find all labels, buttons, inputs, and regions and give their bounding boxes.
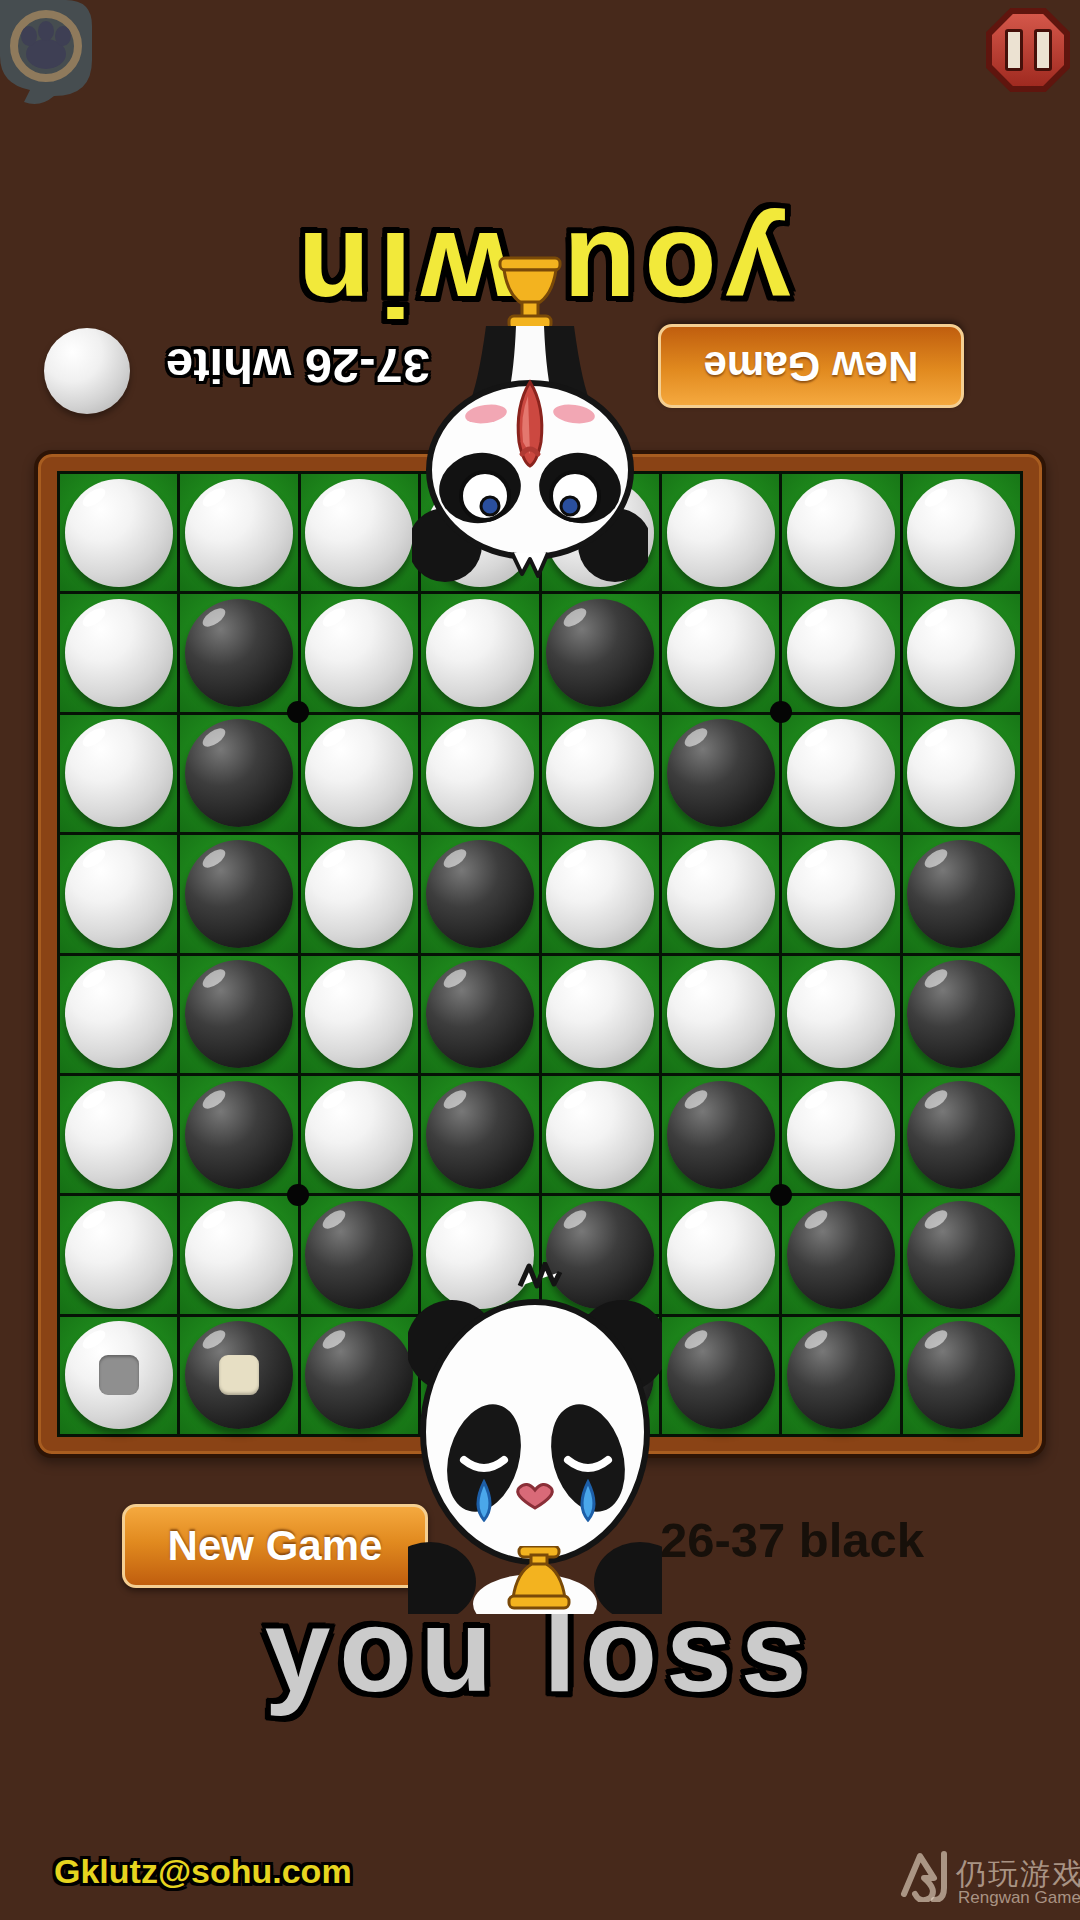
black-disc	[667, 1081, 775, 1189]
black-disc	[907, 1081, 1015, 1189]
board-cell[interactable]	[662, 1196, 779, 1313]
black-disc	[907, 1201, 1015, 1309]
board-cell[interactable]	[662, 956, 779, 1073]
trophy-icon	[500, 1546, 578, 1610]
board-cell[interactable]	[903, 1076, 1020, 1193]
board-cell[interactable]	[60, 956, 177, 1073]
black-disc	[185, 599, 293, 707]
black-disc	[185, 1321, 293, 1429]
white-disc	[667, 599, 775, 707]
white-disc	[65, 479, 173, 587]
board-cell[interactable]	[782, 474, 899, 591]
black-disc	[907, 1321, 1015, 1429]
board-cell[interactable]	[60, 835, 177, 952]
paw-icon[interactable]	[0, 0, 104, 108]
board-cell[interactable]	[903, 1196, 1020, 1313]
board-cell[interactable]	[662, 594, 779, 711]
board-cell[interactable]	[662, 1076, 779, 1193]
white-disc	[305, 599, 413, 707]
board-cell[interactable]	[421, 835, 538, 952]
board-cell[interactable]	[542, 1076, 659, 1193]
white-disc	[305, 1081, 413, 1189]
board-cell[interactable]	[301, 594, 418, 711]
board-cell[interactable]	[542, 715, 659, 832]
last-move-marker	[219, 1355, 259, 1395]
white-disc	[787, 599, 895, 707]
new-game-button-bottom[interactable]: New Game	[122, 1504, 428, 1588]
white-disc	[667, 1201, 775, 1309]
white-disc	[907, 479, 1015, 587]
board-cell[interactable]	[903, 594, 1020, 711]
white-disc	[546, 719, 654, 827]
new-game-button-top[interactable]: New Game	[658, 324, 964, 408]
author-email: Gklutz@sohu.com	[54, 1852, 352, 1891]
black-disc	[787, 1201, 895, 1309]
white-disc	[185, 479, 293, 587]
watermark: 仍玩游戏 Rengwan Games	[898, 1850, 1068, 1906]
last-move-marker	[99, 1355, 139, 1395]
white-disc	[787, 719, 895, 827]
white-disc	[65, 719, 173, 827]
white-disc	[787, 479, 895, 587]
black-disc	[305, 1201, 413, 1309]
white-disc	[185, 1201, 293, 1309]
pause-icon	[992, 14, 1064, 86]
board-cell[interactable]	[421, 715, 538, 832]
board-cell[interactable]	[180, 1076, 297, 1193]
white-disc	[65, 960, 173, 1068]
board-cell[interactable]	[542, 835, 659, 952]
board-cell[interactable]	[60, 1076, 177, 1193]
board-cell[interactable]	[782, 594, 899, 711]
white-disc-icon	[44, 328, 130, 414]
board-cell[interactable]	[662, 474, 779, 591]
star-point	[770, 1184, 792, 1206]
white-disc	[787, 960, 895, 1068]
board-cell[interactable]	[782, 1317, 899, 1434]
board-cell[interactable]	[60, 715, 177, 832]
board-cell[interactable]	[662, 1317, 779, 1434]
board-cell[interactable]	[301, 474, 418, 591]
board-cell[interactable]	[421, 1076, 538, 1193]
board-cell[interactable]	[782, 956, 899, 1073]
board-cell[interactable]	[903, 474, 1020, 591]
black-disc	[787, 1321, 895, 1429]
board-cell[interactable]	[180, 474, 297, 591]
board-cell[interactable]	[180, 835, 297, 952]
white-disc	[546, 960, 654, 1068]
white-disc	[65, 1081, 173, 1189]
board-cell[interactable]	[782, 1196, 899, 1313]
board-cell[interactable]	[180, 1317, 297, 1434]
black-disc	[426, 840, 534, 948]
white-disc	[667, 960, 775, 1068]
panda-top-icon	[412, 256, 648, 628]
board-cell[interactable]	[903, 956, 1020, 1073]
board-cell[interactable]	[301, 1317, 418, 1434]
white-disc	[907, 719, 1015, 827]
white-disc	[667, 840, 775, 948]
white-disc	[65, 1201, 173, 1309]
black-disc	[907, 840, 1015, 948]
board-cell[interactable]	[782, 835, 899, 952]
black-disc	[667, 1321, 775, 1429]
black-disc	[185, 1081, 293, 1189]
black-disc	[185, 719, 293, 827]
white-disc	[65, 840, 173, 948]
black-disc	[185, 840, 293, 948]
pause-button[interactable]	[986, 8, 1070, 92]
white-disc	[546, 1081, 654, 1189]
star-point	[287, 701, 309, 723]
bottom-score-text: 26-37 black	[622, 1512, 962, 1568]
board-cell[interactable]	[60, 1317, 177, 1434]
white-disc	[305, 960, 413, 1068]
board-cell[interactable]	[301, 1076, 418, 1193]
black-disc	[907, 960, 1015, 1068]
board-cell[interactable]	[60, 1196, 177, 1313]
board-cell[interactable]	[301, 715, 418, 832]
white-disc	[426, 719, 534, 827]
board-cell[interactable]	[903, 715, 1020, 832]
board-cell[interactable]	[60, 474, 177, 591]
white-disc	[305, 840, 413, 948]
black-disc	[667, 719, 775, 827]
white-disc	[305, 479, 413, 587]
board-cell[interactable]	[301, 835, 418, 952]
white-disc	[305, 719, 413, 827]
white-disc	[787, 1081, 895, 1189]
game-screen: you win 37-26 white New Game	[0, 0, 1080, 1920]
board-cell[interactable]	[180, 956, 297, 1073]
black-disc	[185, 960, 293, 1068]
star-point	[287, 1184, 309, 1206]
watermark-en: Rengwan Games	[958, 1888, 1080, 1908]
board-cell[interactable]	[301, 1196, 418, 1313]
black-disc	[426, 960, 534, 1068]
white-disc	[65, 1321, 173, 1429]
board-cell[interactable]	[180, 1196, 297, 1313]
board-cell[interactable]	[903, 1317, 1020, 1434]
board-cell[interactable]	[903, 835, 1020, 952]
board-cell[interactable]	[60, 594, 177, 711]
board-cell[interactable]	[782, 715, 899, 832]
board-cell[interactable]	[421, 956, 538, 1073]
black-disc	[305, 1321, 413, 1429]
board-cell[interactable]	[542, 956, 659, 1073]
board-cell[interactable]	[301, 956, 418, 1073]
board-cell[interactable]	[662, 715, 779, 832]
board-cell[interactable]	[180, 715, 297, 832]
white-disc	[787, 840, 895, 948]
white-disc	[907, 599, 1015, 707]
board-cell[interactable]	[782, 1076, 899, 1193]
star-point	[770, 701, 792, 723]
board-cell[interactable]	[662, 835, 779, 952]
rengwan-logo-icon	[898, 1850, 950, 1902]
white-disc	[667, 479, 775, 587]
white-disc	[65, 599, 173, 707]
black-disc	[426, 1081, 534, 1189]
board-cell[interactable]	[180, 594, 297, 711]
white-disc	[546, 840, 654, 948]
